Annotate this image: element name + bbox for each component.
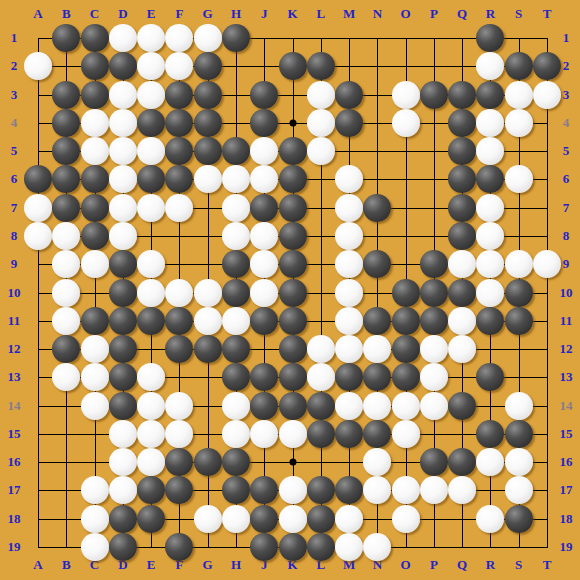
black-stone-C1[interactable]: [81, 24, 109, 52]
intersection-S1[interactable]: [505, 24, 533, 52]
white-stone-R4[interactable]: [476, 109, 504, 137]
intersection-K1[interactable]: [279, 24, 307, 52]
intersection-A10[interactable]: [24, 279, 52, 307]
black-stone-J19[interactable]: [250, 533, 278, 561]
black-stone-J7[interactable]: [250, 194, 278, 222]
white-stone-K17[interactable]: [279, 476, 307, 504]
white-stone-E2[interactable]: [137, 52, 165, 80]
intersection-P18[interactable]: [420, 505, 448, 533]
intersection-G15[interactable]: [194, 420, 222, 448]
white-stone-L3[interactable]: [307, 81, 335, 109]
intersection-O8[interactable]: [392, 222, 420, 250]
intersection-Q19[interactable]: [448, 533, 476, 561]
black-stone-F17[interactable]: [165, 476, 193, 504]
black-stone-J13[interactable]: [250, 363, 278, 391]
white-stone-F14[interactable]: [165, 392, 193, 420]
black-stone-G12[interactable]: [194, 335, 222, 363]
white-stone-B11[interactable]: [52, 307, 80, 335]
intersection-H4[interactable]: [222, 109, 250, 137]
white-stone-R18[interactable]: [476, 505, 504, 533]
white-stone-D8[interactable]: [109, 222, 137, 250]
white-stone-M7[interactable]: [335, 194, 363, 222]
white-stone-S14[interactable]: [505, 392, 533, 420]
white-stone-E9[interactable]: [137, 250, 165, 278]
intersection-S7[interactable]: [505, 194, 533, 222]
black-stone-M4[interactable]: [335, 109, 363, 137]
white-stone-N17[interactable]: [363, 476, 391, 504]
intersection-A4[interactable]: [24, 109, 52, 137]
intersection-T15[interactable]: [533, 420, 561, 448]
black-stone-E17[interactable]: [137, 476, 165, 504]
black-stone-P11[interactable]: [420, 307, 448, 335]
black-stone-B1[interactable]: [52, 24, 80, 52]
black-stone-B4[interactable]: [52, 109, 80, 137]
intersection-M2[interactable]: [335, 52, 363, 80]
white-stone-P13[interactable]: [420, 363, 448, 391]
intersection-Q1[interactable]: [448, 24, 476, 52]
white-stone-Q9[interactable]: [448, 250, 476, 278]
black-stone-L17[interactable]: [307, 476, 335, 504]
black-stone-P3[interactable]: [420, 81, 448, 109]
intersection-L10[interactable]: [307, 279, 335, 307]
intersection-G17[interactable]: [194, 476, 222, 504]
white-stone-L4[interactable]: [307, 109, 335, 137]
black-stone-K13[interactable]: [279, 363, 307, 391]
black-stone-E11[interactable]: [137, 307, 165, 335]
white-stone-J8[interactable]: [250, 222, 278, 250]
intersection-S12[interactable]: [505, 335, 533, 363]
black-stone-H16[interactable]: [222, 448, 250, 476]
intersection-B18[interactable]: [52, 505, 80, 533]
intersection-L1[interactable]: [307, 24, 335, 52]
intersection-J12[interactable]: [250, 335, 278, 363]
intersection-G9[interactable]: [194, 250, 222, 278]
black-stone-M15[interactable]: [335, 420, 363, 448]
white-stone-O15[interactable]: [392, 420, 420, 448]
intersection-S13[interactable]: [505, 363, 533, 391]
white-stone-E3[interactable]: [137, 81, 165, 109]
white-stone-S17[interactable]: [505, 476, 533, 504]
white-stone-J5[interactable]: [250, 137, 278, 165]
black-stone-D14[interactable]: [109, 392, 137, 420]
white-stone-B9[interactable]: [52, 250, 80, 278]
intersection-T14[interactable]: [533, 392, 561, 420]
white-stone-E15[interactable]: [137, 420, 165, 448]
black-stone-J14[interactable]: [250, 392, 278, 420]
black-stone-S15[interactable]: [505, 420, 533, 448]
intersection-N5[interactable]: [363, 137, 391, 165]
black-stone-Q4[interactable]: [448, 109, 476, 137]
white-stone-L12[interactable]: [307, 335, 335, 363]
intersection-T18[interactable]: [533, 505, 561, 533]
intersection-N3[interactable]: [363, 81, 391, 109]
black-stone-H10[interactable]: [222, 279, 250, 307]
intersection-J16[interactable]: [250, 448, 278, 476]
white-stone-S4[interactable]: [505, 109, 533, 137]
intersection-J2[interactable]: [250, 52, 278, 80]
intersection-Q18[interactable]: [448, 505, 476, 533]
white-stone-P17[interactable]: [420, 476, 448, 504]
white-stone-R16[interactable]: [476, 448, 504, 476]
intersection-B2[interactable]: [52, 52, 80, 80]
black-stone-K11[interactable]: [279, 307, 307, 335]
white-stone-T3[interactable]: [533, 81, 561, 109]
black-stone-J18[interactable]: [250, 505, 278, 533]
white-stone-K18[interactable]: [279, 505, 307, 533]
white-stone-D3[interactable]: [109, 81, 137, 109]
intersection-F8[interactable]: [165, 222, 193, 250]
intersection-P4[interactable]: [420, 109, 448, 137]
intersection-S8[interactable]: [505, 222, 533, 250]
black-stone-B6[interactable]: [52, 165, 80, 193]
intersection-O19[interactable]: [392, 533, 420, 561]
black-stone-D10[interactable]: [109, 279, 137, 307]
white-stone-O17[interactable]: [392, 476, 420, 504]
white-stone-A2[interactable]: [24, 52, 52, 80]
intersection-R17[interactable]: [476, 476, 504, 504]
white-stone-E13[interactable]: [137, 363, 165, 391]
white-stone-N14[interactable]: [363, 392, 391, 420]
white-stone-D1[interactable]: [109, 24, 137, 52]
intersection-K4[interactable]: [279, 109, 307, 137]
intersection-O5[interactable]: [392, 137, 420, 165]
intersection-L16[interactable]: [307, 448, 335, 476]
black-stone-J17[interactable]: [250, 476, 278, 504]
intersection-R19[interactable]: [476, 533, 504, 561]
black-stone-T2[interactable]: [533, 52, 561, 80]
white-stone-G18[interactable]: [194, 505, 222, 533]
intersection-A17[interactable]: [24, 476, 52, 504]
black-stone-S18[interactable]: [505, 505, 533, 533]
black-stone-R1[interactable]: [476, 24, 504, 52]
white-stone-E7[interactable]: [137, 194, 165, 222]
white-stone-F15[interactable]: [165, 420, 193, 448]
intersection-S19[interactable]: [505, 533, 533, 561]
intersection-A12[interactable]: [24, 335, 52, 363]
black-stone-G3[interactable]: [194, 81, 222, 109]
white-stone-S3[interactable]: [505, 81, 533, 109]
black-stone-D2[interactable]: [109, 52, 137, 80]
intersection-G8[interactable]: [194, 222, 222, 250]
black-stone-C11[interactable]: [81, 307, 109, 335]
white-stone-O3[interactable]: [392, 81, 420, 109]
white-stone-D15[interactable]: [109, 420, 137, 448]
intersection-N18[interactable]: [363, 505, 391, 533]
intersection-T17[interactable]: [533, 476, 561, 504]
white-stone-N19[interactable]: [363, 533, 391, 561]
white-stone-G1[interactable]: [194, 24, 222, 52]
black-stone-H1[interactable]: [222, 24, 250, 52]
white-stone-A8[interactable]: [24, 222, 52, 250]
white-stone-E1[interactable]: [137, 24, 165, 52]
black-stone-N15[interactable]: [363, 420, 391, 448]
white-stone-S6[interactable]: [505, 165, 533, 193]
intersection-M16[interactable]: [335, 448, 363, 476]
black-stone-F11[interactable]: [165, 307, 193, 335]
white-stone-M12[interactable]: [335, 335, 363, 363]
intersection-L8[interactable]: [307, 222, 335, 250]
black-stone-Q10[interactable]: [448, 279, 476, 307]
black-stone-K2[interactable]: [279, 52, 307, 80]
black-stone-M13[interactable]: [335, 363, 363, 391]
intersection-S5[interactable]: [505, 137, 533, 165]
white-stone-G11[interactable]: [194, 307, 222, 335]
white-stone-O18[interactable]: [392, 505, 420, 533]
black-stone-O11[interactable]: [392, 307, 420, 335]
intersection-P1[interactable]: [420, 24, 448, 52]
intersection-P2[interactable]: [420, 52, 448, 80]
white-stone-A7[interactable]: [24, 194, 52, 222]
intersection-T13[interactable]: [533, 363, 561, 391]
intersection-A5[interactable]: [24, 137, 52, 165]
intersection-F18[interactable]: [165, 505, 193, 533]
intersection-K16[interactable]: [279, 448, 307, 476]
white-stone-B13[interactable]: [52, 363, 80, 391]
white-stone-J15[interactable]: [250, 420, 278, 448]
black-stone-Q7[interactable]: [448, 194, 476, 222]
black-stone-F6[interactable]: [165, 165, 193, 193]
white-stone-R10[interactable]: [476, 279, 504, 307]
intersection-T1[interactable]: [533, 24, 561, 52]
black-stone-M17[interactable]: [335, 476, 363, 504]
black-stone-Q3[interactable]: [448, 81, 476, 109]
intersection-E19[interactable]: [137, 533, 165, 561]
black-stone-O10[interactable]: [392, 279, 420, 307]
black-stone-Q5[interactable]: [448, 137, 476, 165]
white-stone-H11[interactable]: [222, 307, 250, 335]
white-stone-D7[interactable]: [109, 194, 137, 222]
white-stone-M14[interactable]: [335, 392, 363, 420]
black-stone-N11[interactable]: [363, 307, 391, 335]
white-stone-Q12[interactable]: [448, 335, 476, 363]
white-stone-C19[interactable]: [81, 533, 109, 561]
black-stone-F19[interactable]: [165, 533, 193, 561]
white-stone-E10[interactable]: [137, 279, 165, 307]
black-stone-F12[interactable]: [165, 335, 193, 363]
black-stone-L15[interactable]: [307, 420, 335, 448]
intersection-T12[interactable]: [533, 335, 561, 363]
black-stone-O12[interactable]: [392, 335, 420, 363]
intersection-P7[interactable]: [420, 194, 448, 222]
black-stone-F5[interactable]: [165, 137, 193, 165]
intersection-E12[interactable]: [137, 335, 165, 363]
intersection-B19[interactable]: [52, 533, 80, 561]
black-stone-O13[interactable]: [392, 363, 420, 391]
black-stone-H17[interactable]: [222, 476, 250, 504]
white-stone-D17[interactable]: [109, 476, 137, 504]
white-stone-J10[interactable]: [250, 279, 278, 307]
black-stone-K8[interactable]: [279, 222, 307, 250]
intersection-H19[interactable]: [222, 533, 250, 561]
intersection-N4[interactable]: [363, 109, 391, 137]
black-stone-D13[interactable]: [109, 363, 137, 391]
black-stone-S2[interactable]: [505, 52, 533, 80]
intersection-A14[interactable]: [24, 392, 52, 420]
white-stone-C13[interactable]: [81, 363, 109, 391]
intersection-L9[interactable]: [307, 250, 335, 278]
intersection-N10[interactable]: [363, 279, 391, 307]
black-stone-M3[interactable]: [335, 81, 363, 109]
white-stone-N16[interactable]: [363, 448, 391, 476]
white-stone-D16[interactable]: [109, 448, 137, 476]
white-stone-G6[interactable]: [194, 165, 222, 193]
black-stone-C2[interactable]: [81, 52, 109, 80]
black-stone-N13[interactable]: [363, 363, 391, 391]
black-stone-D19[interactable]: [109, 533, 137, 561]
white-stone-R8[interactable]: [476, 222, 504, 250]
black-stone-K10[interactable]: [279, 279, 307, 307]
white-stone-C12[interactable]: [81, 335, 109, 363]
black-stone-K12[interactable]: [279, 335, 307, 363]
black-stone-G16[interactable]: [194, 448, 222, 476]
intersection-F13[interactable]: [165, 363, 193, 391]
intersection-A13[interactable]: [24, 363, 52, 391]
black-stone-Q14[interactable]: [448, 392, 476, 420]
intersection-B15[interactable]: [52, 420, 80, 448]
white-stone-E14[interactable]: [137, 392, 165, 420]
intersection-T7[interactable]: [533, 194, 561, 222]
intersection-Q15[interactable]: [448, 420, 476, 448]
black-stone-B7[interactable]: [52, 194, 80, 222]
white-stone-B8[interactable]: [52, 222, 80, 250]
black-stone-P9[interactable]: [420, 250, 448, 278]
white-stone-P12[interactable]: [420, 335, 448, 363]
white-stone-L13[interactable]: [307, 363, 335, 391]
black-stone-R15[interactable]: [476, 420, 504, 448]
intersection-L11[interactable]: [307, 307, 335, 335]
white-stone-C4[interactable]: [81, 109, 109, 137]
white-stone-J9[interactable]: [250, 250, 278, 278]
intersection-O6[interactable]: [392, 165, 420, 193]
white-stone-P14[interactable]: [420, 392, 448, 420]
white-stone-S16[interactable]: [505, 448, 533, 476]
intersection-N6[interactable]: [363, 165, 391, 193]
black-stone-J11[interactable]: [250, 307, 278, 335]
intersection-P19[interactable]: [420, 533, 448, 561]
black-stone-E4[interactable]: [137, 109, 165, 137]
black-stone-P16[interactable]: [420, 448, 448, 476]
white-stone-R7[interactable]: [476, 194, 504, 222]
intersection-R12[interactable]: [476, 335, 504, 363]
intersection-B14[interactable]: [52, 392, 80, 420]
black-stone-D18[interactable]: [109, 505, 137, 533]
black-stone-H5[interactable]: [222, 137, 250, 165]
intersection-P8[interactable]: [420, 222, 448, 250]
intersection-A9[interactable]: [24, 250, 52, 278]
intersection-G7[interactable]: [194, 194, 222, 222]
intersection-O16[interactable]: [392, 448, 420, 476]
white-stone-J6[interactable]: [250, 165, 278, 193]
intersection-H2[interactable]: [222, 52, 250, 80]
intersection-O2[interactable]: [392, 52, 420, 80]
white-stone-M18[interactable]: [335, 505, 363, 533]
black-stone-Q16[interactable]: [448, 448, 476, 476]
intersection-J1[interactable]: [250, 24, 278, 52]
black-stone-K9[interactable]: [279, 250, 307, 278]
intersection-G13[interactable]: [194, 363, 222, 391]
intersection-P5[interactable]: [420, 137, 448, 165]
black-stone-C6[interactable]: [81, 165, 109, 193]
black-stone-L14[interactable]: [307, 392, 335, 420]
white-stone-E5[interactable]: [137, 137, 165, 165]
white-stone-D4[interactable]: [109, 109, 137, 137]
black-stone-K19[interactable]: [279, 533, 307, 561]
intersection-G14[interactable]: [194, 392, 222, 420]
white-stone-R5[interactable]: [476, 137, 504, 165]
intersection-A3[interactable]: [24, 81, 52, 109]
intersection-T11[interactable]: [533, 307, 561, 335]
black-stone-L19[interactable]: [307, 533, 335, 561]
white-stone-E16[interactable]: [137, 448, 165, 476]
black-stone-A6[interactable]: [24, 165, 52, 193]
black-stone-L2[interactable]: [307, 52, 335, 80]
black-stone-S11[interactable]: [505, 307, 533, 335]
intersection-B17[interactable]: [52, 476, 80, 504]
black-stone-S10[interactable]: [505, 279, 533, 307]
black-stone-Q8[interactable]: [448, 222, 476, 250]
intersection-Q13[interactable]: [448, 363, 476, 391]
intersection-T6[interactable]: [533, 165, 561, 193]
intersection-G19[interactable]: [194, 533, 222, 561]
intersection-T19[interactable]: [533, 533, 561, 561]
white-stone-R2[interactable]: [476, 52, 504, 80]
black-stone-R6[interactable]: [476, 165, 504, 193]
white-stone-H8[interactable]: [222, 222, 250, 250]
black-stone-R3[interactable]: [476, 81, 504, 109]
intersection-T4[interactable]: [533, 109, 561, 137]
intersection-L6[interactable]: [307, 165, 335, 193]
white-stone-M11[interactable]: [335, 307, 363, 335]
intersection-N8[interactable]: [363, 222, 391, 250]
white-stone-C18[interactable]: [81, 505, 109, 533]
intersection-N1[interactable]: [363, 24, 391, 52]
black-stone-E6[interactable]: [137, 165, 165, 193]
intersection-F9[interactable]: [165, 250, 193, 278]
black-stone-K7[interactable]: [279, 194, 307, 222]
intersection-E8[interactable]: [137, 222, 165, 250]
white-stone-M6[interactable]: [335, 165, 363, 193]
white-stone-M19[interactable]: [335, 533, 363, 561]
black-stone-B3[interactable]: [52, 81, 80, 109]
white-stone-Q11[interactable]: [448, 307, 476, 335]
intersection-N2[interactable]: [363, 52, 391, 80]
black-stone-F4[interactable]: [165, 109, 193, 137]
black-stone-E18[interactable]: [137, 505, 165, 533]
intersection-C10[interactable]: [81, 279, 109, 307]
white-stone-G10[interactable]: [194, 279, 222, 307]
white-stone-R9[interactable]: [476, 250, 504, 278]
white-stone-F10[interactable]: [165, 279, 193, 307]
black-stone-L18[interactable]: [307, 505, 335, 533]
intersection-A15[interactable]: [24, 420, 52, 448]
intersection-R14[interactable]: [476, 392, 504, 420]
black-stone-J3[interactable]: [250, 81, 278, 109]
black-stone-Q6[interactable]: [448, 165, 476, 193]
black-stone-D12[interactable]: [109, 335, 137, 363]
intersection-O1[interactable]: [392, 24, 420, 52]
white-stone-N12[interactable]: [363, 335, 391, 363]
white-stone-H14[interactable]: [222, 392, 250, 420]
black-stone-B12[interactable]: [52, 335, 80, 363]
white-stone-B10[interactable]: [52, 279, 80, 307]
intersection-C16[interactable]: [81, 448, 109, 476]
intersection-T8[interactable]: [533, 222, 561, 250]
black-stone-C8[interactable]: [81, 222, 109, 250]
black-stone-N7[interactable]: [363, 194, 391, 222]
white-stone-M8[interactable]: [335, 222, 363, 250]
intersection-C15[interactable]: [81, 420, 109, 448]
white-stone-C17[interactable]: [81, 476, 109, 504]
